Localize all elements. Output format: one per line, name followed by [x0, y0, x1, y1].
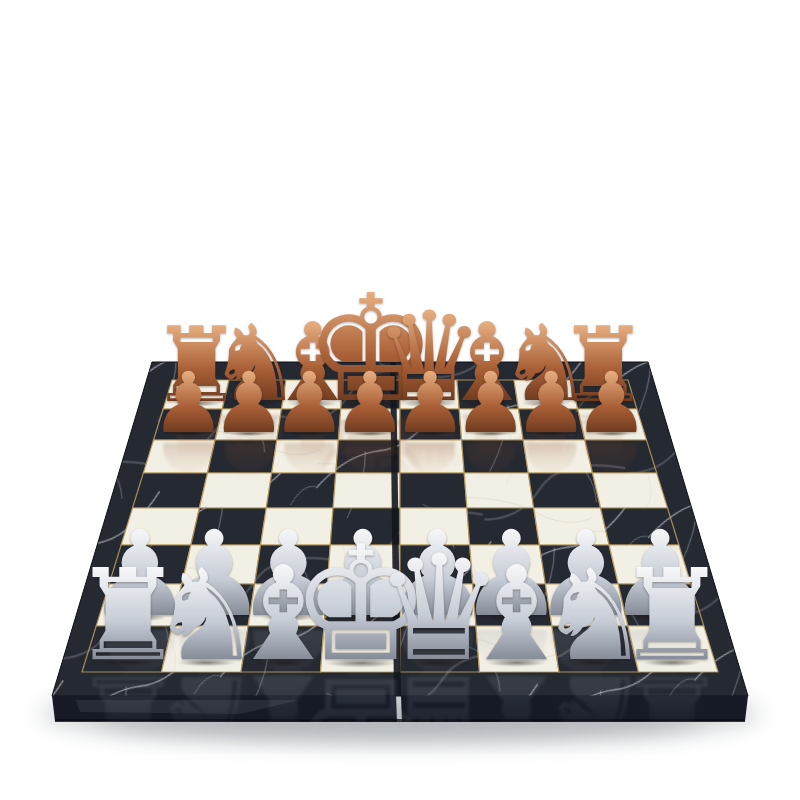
copper-pawn-reflection: ♟ [574, 430, 649, 514]
silver-rook-reflection: ♜ [616, 656, 729, 782]
piece-copper-pawn-h7[interactable]: ♟♟ [574, 361, 649, 445]
product-photo: ♜♜♞♞♝♝♚♚♛♛♝♝♞♞♜♜♟♟♟♟♟♟♟♟♟♟♟♟♟♟♟♟♟♟♟♟♟♟♟♟… [0, 0, 800, 800]
piece-silver-rook-h1[interactable]: ♜♜ [616, 553, 729, 679]
